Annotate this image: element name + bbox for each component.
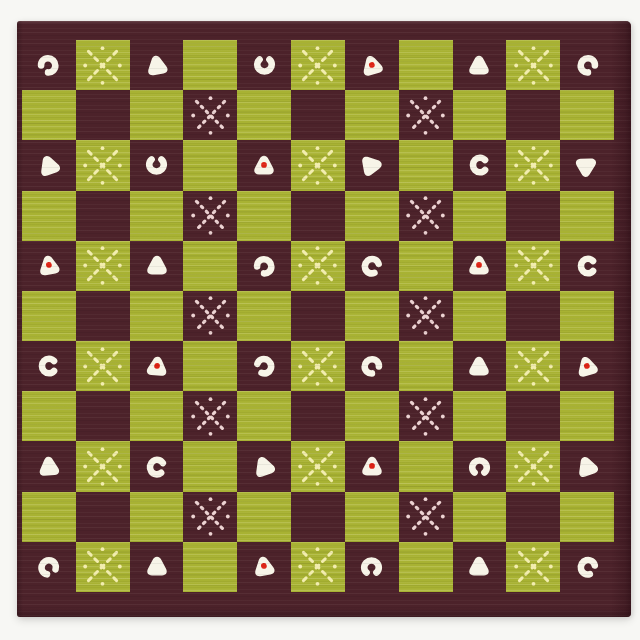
cross-stitch-icon: [79, 43, 126, 88]
cell-r3c9: [453, 140, 507, 190]
cell-r5c9: [453, 241, 507, 291]
cell-r3c2: [76, 140, 130, 190]
cell-r9c1: [22, 441, 76, 491]
cell-r9c5: [237, 441, 291, 491]
onigiri-icon: [246, 449, 282, 484]
horseshoe-icon: [356, 249, 388, 282]
cell-r8c6: [291, 391, 345, 441]
onigiri-icon: [465, 553, 493, 580]
cross-stitch-icon: [187, 193, 234, 238]
cell-r6c7: [345, 291, 399, 341]
cross-stitch-icon: [187, 394, 234, 439]
horseshoe-icon: [143, 452, 171, 481]
cell-r5c3: [130, 241, 184, 291]
cell-r7c6: [291, 341, 345, 391]
cell-r3c5: [237, 140, 291, 190]
cross-stitch-icon: [79, 243, 126, 288]
cross-stitch-icon: [510, 243, 557, 288]
cell-r4c10: [506, 191, 560, 241]
cell-r10c4: [183, 492, 237, 542]
cell-r9c3: [130, 441, 184, 491]
cross-stitch-icon: [294, 344, 341, 389]
horseshoe-icon: [37, 354, 61, 379]
cell-r9c11: [560, 441, 614, 491]
cell-r10c5: [237, 492, 291, 542]
cross-stitch-icon: [402, 293, 449, 338]
cell-r4c6: [291, 191, 345, 241]
onigiri-icon: [143, 553, 171, 580]
cell-r9c4: [183, 441, 237, 491]
cross-stitch-icon: [510, 143, 557, 188]
cross-stitch-icon: [402, 93, 449, 138]
onigiri-red-dot-icon: [465, 252, 493, 279]
cell-r7c9: [453, 341, 507, 391]
onigiri-red-dot-icon: [33, 250, 65, 281]
cell-r9c7: [345, 441, 399, 491]
cell-r6c2: [76, 291, 130, 341]
cell-r11c10: [506, 542, 560, 592]
cell-r10c11: [560, 492, 614, 542]
cell-r11c3: [130, 542, 184, 592]
cell-r11c5: [237, 542, 291, 592]
onigiri-icon: [465, 353, 493, 380]
cell-r4c5: [237, 191, 291, 241]
cross-stitch-icon: [510, 544, 557, 589]
cell-r3c1: [22, 140, 76, 190]
cell-r7c8: [399, 341, 453, 391]
cross-stitch-icon: [187, 93, 234, 138]
cell-r4c2: [76, 191, 130, 241]
cross-stitch-icon: [294, 243, 341, 288]
cell-r3c11: [560, 140, 614, 190]
cell-r11c9: [453, 542, 507, 592]
horseshoe-icon: [252, 53, 277, 77]
cross-stitch-icon: [294, 544, 341, 589]
cell-r7c4: [183, 341, 237, 391]
cell-r9c8: [399, 441, 453, 491]
cell-r3c3: [130, 140, 184, 190]
cell-r1c6: [291, 40, 345, 90]
onigiri-icon: [143, 252, 171, 279]
cell-r5c1: [22, 241, 76, 291]
horseshoe-icon: [354, 349, 389, 384]
onigiri-icon: [31, 148, 67, 183]
onigiri-red-dot-icon: [141, 352, 171, 381]
cross-stitch-icon: [510, 43, 557, 88]
board-grid: [22, 40, 614, 592]
cell-r6c9: [453, 291, 507, 341]
onigiri-red-dot-icon: [358, 453, 386, 480]
cell-r10c8: [399, 492, 453, 542]
cell-r6c3: [130, 291, 184, 341]
cell-r8c5: [237, 391, 291, 441]
cell-r11c6: [291, 542, 345, 592]
cell-r7c11: [560, 341, 614, 391]
onigiri-red-dot-icon: [250, 152, 278, 179]
cell-r10c7: [345, 492, 399, 542]
cell-r8c2: [76, 391, 130, 441]
cell-r5c7: [345, 241, 399, 291]
cell-r9c9: [453, 441, 507, 491]
cell-r10c10: [506, 492, 560, 542]
horseshoe-icon: [575, 253, 599, 278]
cell-r5c8: [399, 241, 453, 291]
onigiri-red-dot-icon: [248, 551, 280, 582]
cell-r1c7: [345, 40, 399, 90]
cross-stitch-icon: [402, 394, 449, 439]
horseshoe-icon: [248, 350, 280, 383]
cell-r1c8: [399, 40, 453, 90]
horseshoe-icon: [467, 455, 492, 479]
cell-r2c7: [345, 90, 399, 140]
cross-stitch-icon: [294, 444, 341, 489]
cell-r6c10: [506, 291, 560, 341]
horseshoe-icon: [247, 248, 282, 283]
cross-stitch-icon: [510, 444, 557, 489]
cross-stitch-icon: [79, 143, 126, 188]
onigiri-icon: [568, 147, 605, 185]
cell-r7c7: [345, 341, 399, 391]
cell-r9c2: [76, 441, 130, 491]
cell-r3c6: [291, 140, 345, 190]
cell-r8c1: [22, 391, 76, 441]
cell-r4c7: [345, 191, 399, 241]
cell-r4c1: [22, 191, 76, 241]
cell-r8c8: [399, 391, 453, 441]
horseshoe-icon: [144, 153, 169, 177]
cell-r5c5: [237, 241, 291, 291]
cell-r11c8: [399, 542, 453, 592]
cell-r3c10: [506, 140, 560, 190]
cell-r9c10: [506, 441, 560, 491]
horseshoe-icon: [32, 48, 67, 83]
photo-canvas: [0, 0, 640, 640]
cell-r11c11: [560, 542, 614, 592]
cell-r2c3: [130, 90, 184, 140]
cell-r10c9: [453, 492, 507, 542]
cross-stitch-icon: [510, 344, 557, 389]
cell-r11c1: [22, 542, 76, 592]
cell-r5c2: [76, 241, 130, 291]
cell-r4c4: [183, 191, 237, 241]
cell-r3c7: [345, 140, 399, 190]
cell-r11c4: [183, 542, 237, 592]
horseshoe-icon: [32, 550, 66, 583]
cell-r8c3: [130, 391, 184, 441]
cell-r3c4: [183, 140, 237, 190]
cell-r11c2: [76, 542, 130, 592]
cell-r10c2: [76, 492, 130, 542]
cell-r8c4: [183, 391, 237, 441]
cell-r2c6: [291, 90, 345, 140]
cell-r10c3: [130, 492, 184, 542]
onigiri-red-dot-icon: [570, 350, 604, 383]
cross-stitch-icon: [79, 544, 126, 589]
horseshoe-icon: [570, 48, 605, 83]
cell-r2c1: [22, 90, 76, 140]
onigiri-icon: [465, 52, 493, 79]
cell-r6c11: [560, 291, 614, 341]
cell-r2c9: [453, 90, 507, 140]
cross-stitch-icon: [294, 143, 341, 188]
cell-r4c11: [560, 191, 614, 241]
cell-r8c10: [506, 391, 560, 441]
cell-r1c4: [183, 40, 237, 90]
cell-r10c1: [22, 492, 76, 542]
cell-r7c3: [130, 341, 184, 391]
cross-stitch-icon: [402, 193, 449, 238]
cell-r8c7: [345, 391, 399, 441]
cell-r2c11: [560, 90, 614, 140]
cross-stitch-icon: [79, 444, 126, 489]
cell-r1c10: [506, 40, 560, 90]
cell-r7c2: [76, 341, 130, 391]
cell-r6c5: [237, 291, 291, 341]
cell-r5c10: [506, 241, 560, 291]
cell-r10c6: [291, 492, 345, 542]
cell-r4c8: [399, 191, 453, 241]
cell-r8c11: [560, 391, 614, 441]
furoshiki-fabric: [17, 21, 631, 617]
cell-r6c1: [22, 291, 76, 341]
cell-r11c7: [345, 542, 399, 592]
cell-r1c1: [22, 40, 76, 90]
cell-r7c10: [506, 341, 560, 391]
cell-r5c6: [291, 241, 345, 291]
onigiri-icon: [140, 49, 172, 80]
cell-r1c9: [453, 40, 507, 90]
onigiri-icon: [34, 452, 64, 481]
horseshoe-icon: [467, 153, 491, 178]
horseshoe-icon: [359, 555, 384, 579]
cell-r4c9: [453, 191, 507, 241]
cross-stitch-icon: [187, 293, 234, 338]
cell-r5c4: [183, 241, 237, 291]
cell-r1c5: [237, 40, 291, 90]
cross-stitch-icon: [402, 494, 449, 539]
onigiri-red-dot-icon: [355, 48, 389, 81]
onigiri-icon: [356, 149, 387, 181]
cell-r2c2: [76, 90, 130, 140]
cell-r9c6: [291, 441, 345, 491]
cell-r2c8: [399, 90, 453, 140]
cell-r3c8: [399, 140, 453, 190]
onigiri-icon: [569, 449, 605, 484]
cross-stitch-icon: [187, 494, 234, 539]
cell-r5c11: [560, 241, 614, 291]
cell-r8c9: [453, 391, 507, 441]
cell-r7c1: [22, 341, 76, 391]
cell-r6c8: [399, 291, 453, 341]
cell-r1c3: [130, 40, 184, 90]
cell-r6c4: [183, 291, 237, 341]
cell-r1c2: [76, 40, 130, 90]
cell-r7c5: [237, 341, 291, 391]
cell-r6c6: [291, 291, 345, 341]
cross-stitch-icon: [79, 344, 126, 389]
cell-r2c4: [183, 90, 237, 140]
cell-r2c10: [506, 90, 560, 140]
cell-r4c3: [130, 191, 184, 241]
horseshoe-icon: [570, 550, 603, 584]
cell-r2c5: [237, 90, 291, 140]
cross-stitch-icon: [294, 43, 341, 88]
cell-r1c11: [560, 40, 614, 90]
